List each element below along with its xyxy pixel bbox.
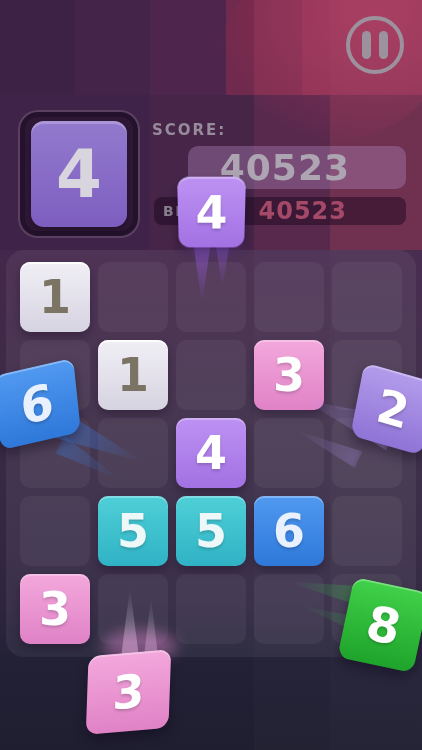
board-cell-r1c3[interactable] (176, 262, 246, 332)
board-cell-r1c5[interactable] (332, 262, 402, 332)
tile-5: 5 (176, 496, 246, 566)
flying-tile-3: 3 (86, 649, 171, 735)
tile-3: 3 (20, 574, 90, 644)
tile-6: 6 (254, 496, 324, 566)
tile-5: 5 (98, 496, 168, 566)
board-cell-r4c4[interactable]: 6 (254, 496, 324, 566)
board-cell-r1c2[interactable] (98, 262, 168, 332)
board-cell-r5c4[interactable] (254, 574, 324, 644)
board-cell-r1c1[interactable]: 1 (20, 262, 90, 332)
board-cell-r3c2[interactable] (98, 418, 168, 488)
board-cell-r2c3[interactable] (176, 340, 246, 410)
board-cell-r2c2[interactable]: 1 (98, 340, 168, 410)
board-cell-r4c5[interactable] (332, 496, 402, 566)
tile-3: 3 (254, 340, 324, 410)
pause-icon (362, 31, 371, 59)
next-tile: 4 (31, 121, 127, 227)
board-cell-r3c4[interactable] (254, 418, 324, 488)
board-cell-r2c4[interactable]: 3 (254, 340, 324, 410)
board-cell-r4c1[interactable] (20, 496, 90, 566)
flying-tile-4: 4 (177, 177, 246, 248)
board-cell-r4c2[interactable]: 5 (98, 496, 168, 566)
board-cell-r5c2[interactable] (98, 574, 168, 644)
tile-1: 1 (20, 262, 90, 332)
board-grid: 11345563 (20, 262, 402, 644)
pause-button[interactable] (346, 16, 404, 74)
score-label: SCORE: (152, 121, 226, 139)
best-value: 40523 (259, 197, 348, 225)
board-cell-r5c3[interactable] (176, 574, 246, 644)
board-cell-r3c3[interactable]: 4 (176, 418, 246, 488)
tile-4: 4 (176, 418, 246, 488)
game-screen: 4 SCORE: 40523 BEST: 40523 11345563 4 6 … (0, 0, 422, 750)
board-cell-r5c1[interactable]: 3 (20, 574, 90, 644)
tile-1: 1 (98, 340, 168, 410)
pause-icon (379, 31, 388, 59)
board-cell-r4c3[interactable]: 5 (176, 496, 246, 566)
next-tile-frame: 4 (18, 110, 140, 238)
board-cell-r1c4[interactable] (254, 262, 324, 332)
